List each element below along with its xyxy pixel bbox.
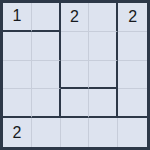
- cell-r1-c2[interactable]: [61, 32, 90, 61]
- puzzle-board: 1222: [0, 0, 150, 150]
- cell-r3-c3[interactable]: [89, 89, 118, 118]
- cell-r4-c0[interactable]: 2: [3, 118, 32, 147]
- cell-r2-c1[interactable]: [32, 61, 61, 90]
- cell-r2-c2[interactable]: [61, 61, 90, 90]
- cell-r4-c4[interactable]: [118, 118, 147, 147]
- cell-r2-c3[interactable]: [89, 61, 118, 90]
- cell-r3-c0[interactable]: [3, 89, 32, 118]
- cell-r3-c2[interactable]: [61, 89, 90, 118]
- clue-number: 1: [12, 7, 21, 25]
- cell-r4-c1[interactable]: [32, 118, 61, 147]
- cell-r0-c1[interactable]: [32, 3, 61, 32]
- cell-r1-c3[interactable]: [89, 32, 118, 61]
- cell-r1-c1[interactable]: [32, 32, 61, 61]
- clue-number: 2: [70, 8, 79, 26]
- cell-r0-c3[interactable]: [89, 3, 118, 32]
- clue-number: 2: [12, 124, 21, 142]
- cell-r1-c0[interactable]: [3, 32, 32, 61]
- cell-r0-c0[interactable]: 1: [3, 3, 32, 32]
- clue-number: 2: [128, 8, 137, 26]
- cell-r4-c2[interactable]: [61, 118, 90, 147]
- cell-r0-c2[interactable]: 2: [61, 3, 90, 32]
- cell-r2-c4[interactable]: [118, 61, 147, 90]
- cell-r2-c0[interactable]: [3, 61, 32, 90]
- cell-r3-c1[interactable]: [32, 89, 61, 118]
- cell-r1-c4[interactable]: [118, 32, 147, 61]
- cell-r4-c3[interactable]: [89, 118, 118, 147]
- cell-r0-c4[interactable]: 2: [118, 3, 147, 32]
- cell-r3-c4[interactable]: [118, 89, 147, 118]
